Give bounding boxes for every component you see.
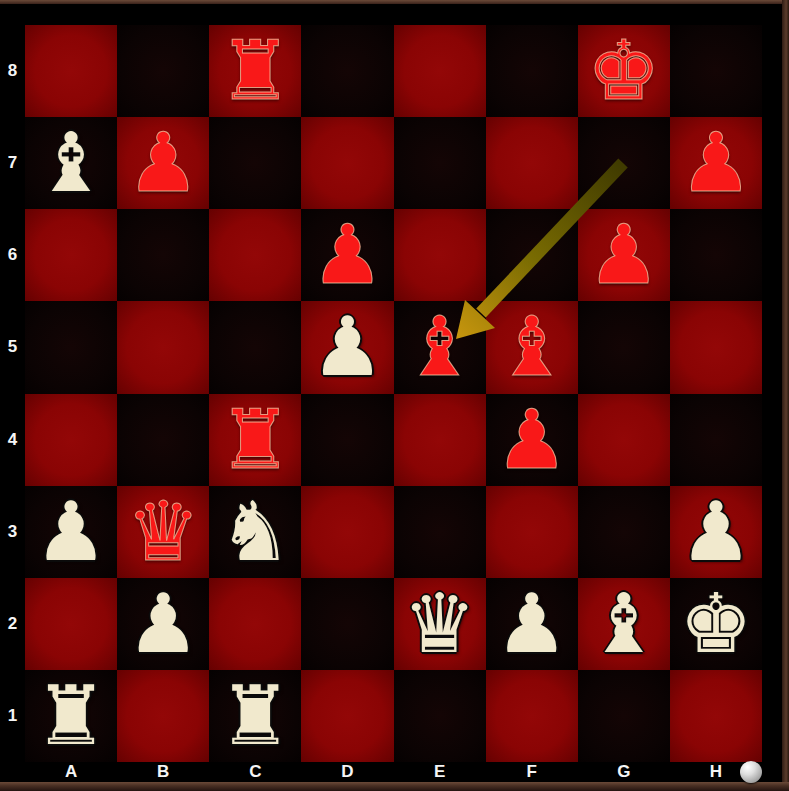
square-h1[interactable]: [670, 670, 762, 762]
board-frame-right: [782, 0, 789, 791]
square-d7[interactable]: [301, 117, 393, 209]
square-d5[interactable]: ♟: [301, 301, 393, 393]
square-f1[interactable]: [486, 670, 578, 762]
chess-board-stage: 87654321 ABCDEFGH ♜♚♝♟♟♟♟♟♝♝♜♟♟♛♞♟♟♛♟♝♚♜…: [0, 0, 789, 791]
piece-white-bishop-icon[interactable]: ♝: [34, 117, 108, 209]
square-c8[interactable]: ♜: [209, 25, 301, 117]
square-f3[interactable]: [486, 486, 578, 578]
square-e1[interactable]: [394, 670, 486, 762]
piece-red-pawn-icon[interactable]: ♟: [587, 209, 661, 301]
square-a4[interactable]: [25, 394, 117, 486]
piece-red-pawn-icon[interactable]: ♟: [679, 117, 753, 209]
piece-white-knight-icon[interactable]: ♞: [219, 486, 293, 578]
square-g1[interactable]: [578, 670, 670, 762]
file-label-d: D: [301, 760, 393, 783]
square-e4[interactable]: [394, 394, 486, 486]
rank-label-1: 1: [0, 670, 25, 762]
board-frame-top: [0, 0, 789, 4]
piece-red-rook-icon[interactable]: ♜: [219, 394, 293, 486]
piece-white-king-icon[interactable]: ♚: [679, 578, 753, 670]
piece-red-pawn-icon[interactable]: ♟: [126, 117, 200, 209]
square-e5[interactable]: ♝: [394, 301, 486, 393]
piece-white-pawn-icon[interactable]: ♟: [34, 486, 108, 578]
square-g7[interactable]: [578, 117, 670, 209]
square-c2[interactable]: [209, 578, 301, 670]
square-a1[interactable]: ♜: [25, 670, 117, 762]
rank-label-3: 3: [0, 486, 25, 578]
square-g2[interactable]: ♝: [578, 578, 670, 670]
square-f7[interactable]: [486, 117, 578, 209]
square-a5[interactable]: [25, 301, 117, 393]
square-d1[interactable]: [301, 670, 393, 762]
square-a3[interactable]: ♟: [25, 486, 117, 578]
square-e7[interactable]: [394, 117, 486, 209]
file-label-b: B: [117, 760, 209, 783]
square-c7[interactable]: [209, 117, 301, 209]
square-d6[interactable]: ♟: [301, 209, 393, 301]
square-b2[interactable]: ♟: [117, 578, 209, 670]
square-h3[interactable]: ♟: [670, 486, 762, 578]
piece-red-king-icon[interactable]: ♚: [587, 25, 661, 117]
file-labels: ABCDEFGH: [25, 760, 762, 783]
square-f4[interactable]: ♟: [486, 394, 578, 486]
square-f6[interactable]: [486, 209, 578, 301]
rank-label-4: 4: [0, 394, 25, 486]
square-b4[interactable]: [117, 394, 209, 486]
piece-white-queen-icon[interactable]: ♛: [403, 578, 477, 670]
square-g4[interactable]: [578, 394, 670, 486]
piece-white-rook-icon[interactable]: ♜: [34, 670, 108, 762]
square-e6[interactable]: [394, 209, 486, 301]
square-a2[interactable]: [25, 578, 117, 670]
rank-label-5: 5: [0, 301, 25, 393]
piece-white-pawn-icon[interactable]: ♟: [126, 578, 200, 670]
square-c3[interactable]: ♞: [209, 486, 301, 578]
square-c5[interactable]: [209, 301, 301, 393]
square-b3[interactable]: ♛: [117, 486, 209, 578]
square-h5[interactable]: [670, 301, 762, 393]
square-c6[interactable]: [209, 209, 301, 301]
piece-red-pawn-icon[interactable]: ♟: [311, 209, 385, 301]
square-a8[interactable]: [25, 25, 117, 117]
piece-red-bishop-icon[interactable]: ♝: [495, 301, 569, 393]
square-a6[interactable]: [25, 209, 117, 301]
square-d2[interactable]: [301, 578, 393, 670]
square-g6[interactable]: ♟: [578, 209, 670, 301]
rank-labels: 87654321: [0, 25, 25, 762]
square-h7[interactable]: ♟: [670, 117, 762, 209]
file-label-g: G: [578, 760, 670, 783]
piece-red-pawn-icon[interactable]: ♟: [495, 394, 569, 486]
file-label-e: E: [394, 760, 486, 783]
rank-label-7: 7: [0, 117, 25, 209]
square-c4[interactable]: ♜: [209, 394, 301, 486]
square-e2[interactable]: ♛: [394, 578, 486, 670]
square-d3[interactable]: [301, 486, 393, 578]
square-h6[interactable]: [670, 209, 762, 301]
side-to-move-sphere-icon: [740, 761, 762, 783]
piece-red-queen-icon[interactable]: ♛: [126, 486, 200, 578]
square-f8[interactable]: [486, 25, 578, 117]
piece-white-pawn-icon[interactable]: ♟: [495, 578, 569, 670]
board-frame-bottom: [0, 782, 789, 791]
square-b8[interactable]: [117, 25, 209, 117]
square-h2[interactable]: ♚: [670, 578, 762, 670]
square-e8[interactable]: [394, 25, 486, 117]
file-label-c: C: [209, 760, 301, 783]
piece-white-pawn-icon[interactable]: ♟: [311, 301, 385, 393]
rank-label-8: 8: [0, 25, 25, 117]
chess-board: ♜♚♝♟♟♟♟♟♝♝♜♟♟♛♞♟♟♛♟♝♚♜♜: [25, 25, 762, 762]
square-c1[interactable]: ♜: [209, 670, 301, 762]
square-g5[interactable]: [578, 301, 670, 393]
square-a7[interactable]: ♝: [25, 117, 117, 209]
square-b1[interactable]: [117, 670, 209, 762]
square-b7[interactable]: ♟: [117, 117, 209, 209]
square-b6[interactable]: [117, 209, 209, 301]
piece-red-rook-icon[interactable]: ♜: [219, 25, 293, 117]
square-f2[interactable]: ♟: [486, 578, 578, 670]
square-b5[interactable]: [117, 301, 209, 393]
rank-label-2: 2: [0, 578, 25, 670]
piece-red-bishop-icon[interactable]: ♝: [403, 301, 477, 393]
piece-white-rook-icon[interactable]: ♜: [219, 670, 293, 762]
rank-label-6: 6: [0, 209, 25, 301]
file-label-a: A: [25, 760, 117, 783]
piece-white-pawn-icon[interactable]: ♟: [679, 486, 753, 578]
piece-white-bishop-icon[interactable]: ♝: [587, 578, 661, 670]
square-d4[interactable]: [301, 394, 393, 486]
square-d8[interactable]: [301, 25, 393, 117]
square-g8[interactable]: ♚: [578, 25, 670, 117]
square-h8[interactable]: [670, 25, 762, 117]
file-label-f: F: [486, 760, 578, 783]
square-e3[interactable]: [394, 486, 486, 578]
square-g3[interactable]: [578, 486, 670, 578]
square-f5[interactable]: ♝: [486, 301, 578, 393]
square-h4[interactable]: [670, 394, 762, 486]
